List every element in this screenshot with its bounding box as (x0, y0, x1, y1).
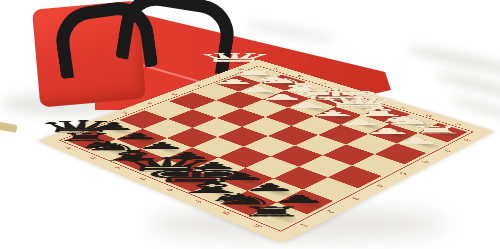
chess-board: aabbccddeeffgghh8877665544332211 ♜♞♝♚♛♝♞… (37, 59, 495, 243)
board-perspective-wrap: aabbccddeeffgghh8877665544332211 ♜♞♝♚♛♝♞… (0, 0, 500, 249)
chess-set-product-scene: aabbccddeeffgghh8877665544332211 ♜♞♝♚♛♝♞… (0, 0, 500, 249)
